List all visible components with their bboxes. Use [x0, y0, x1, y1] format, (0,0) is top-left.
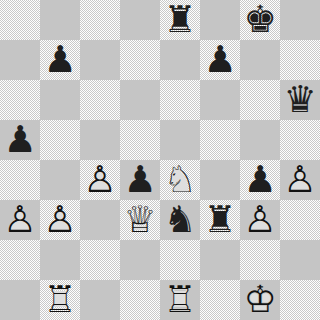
square-d2[interactable]: [120, 240, 160, 280]
white-pawn-outline-icon: ♙: [40, 200, 80, 240]
square-h4[interactable]: ♟♙: [280, 160, 320, 200]
square-e7[interactable]: [160, 40, 200, 80]
square-e3[interactable]: ♞: [160, 200, 200, 240]
square-d1[interactable]: [120, 280, 160, 320]
white-pawn-outline-icon: ♙: [280, 160, 320, 200]
square-c8[interactable]: [80, 0, 120, 40]
piece-black-knight-e3[interactable]: ♞: [160, 200, 200, 240]
square-b7[interactable]: ♟: [40, 40, 80, 80]
piece-black-king-g8[interactable]: ♚: [240, 0, 280, 40]
square-g5[interactable]: [240, 120, 280, 160]
white-knight-outline-icon: ♘: [160, 160, 200, 200]
square-a1[interactable]: [0, 280, 40, 320]
black-rook-icon: ♜: [160, 0, 200, 40]
square-f1[interactable]: [200, 280, 240, 320]
square-b5[interactable]: [40, 120, 80, 160]
square-g3[interactable]: ♟♙: [240, 200, 280, 240]
white-pawn-outline-icon: ♙: [0, 200, 40, 240]
piece-black-pawn-g4[interactable]: ♟: [240, 160, 280, 200]
square-a7[interactable]: [0, 40, 40, 80]
black-pawn-icon: ♟: [40, 40, 80, 80]
square-d5[interactable]: [120, 120, 160, 160]
piece-black-rook-e8[interactable]: ♜: [160, 0, 200, 40]
square-e4[interactable]: ♞♘: [160, 160, 200, 200]
square-f7[interactable]: ♟: [200, 40, 240, 80]
piece-white-pawn-a3[interactable]: ♟♙: [0, 200, 40, 240]
square-a4[interactable]: [0, 160, 40, 200]
piece-white-rook-b1[interactable]: ♜♖: [40, 280, 80, 320]
square-b6[interactable]: [40, 80, 80, 120]
square-d8[interactable]: [120, 0, 160, 40]
square-f2[interactable]: [200, 240, 240, 280]
white-pawn-outline-icon: ♙: [240, 200, 280, 240]
square-a3[interactable]: ♟♙: [0, 200, 40, 240]
square-g8[interactable]: ♚: [240, 0, 280, 40]
square-h3[interactable]: [280, 200, 320, 240]
square-b4[interactable]: [40, 160, 80, 200]
piece-white-queen-d3[interactable]: ♛♕: [120, 200, 160, 240]
square-b1[interactable]: ♜♖: [40, 280, 80, 320]
square-e5[interactable]: [160, 120, 200, 160]
piece-black-pawn-b7[interactable]: ♟: [40, 40, 80, 80]
square-d6[interactable]: [120, 80, 160, 120]
square-e8[interactable]: ♜: [160, 0, 200, 40]
piece-black-pawn-f7[interactable]: ♟: [200, 40, 240, 80]
piece-black-queen-h6[interactable]: ♛: [280, 80, 320, 120]
square-e2[interactable]: [160, 240, 200, 280]
square-e1[interactable]: ♜♖: [160, 280, 200, 320]
square-f4[interactable]: [200, 160, 240, 200]
square-g6[interactable]: [240, 80, 280, 120]
square-g2[interactable]: [240, 240, 280, 280]
black-queen-icon: ♛: [280, 80, 320, 120]
square-b3[interactable]: ♟♙: [40, 200, 80, 240]
black-king-icon: ♚: [240, 0, 280, 40]
square-g4[interactable]: ♟: [240, 160, 280, 200]
square-d4[interactable]: ♟: [120, 160, 160, 200]
square-f5[interactable]: [200, 120, 240, 160]
piece-white-pawn-c4[interactable]: ♟♙: [80, 160, 120, 200]
square-h8[interactable]: [280, 0, 320, 40]
piece-white-king-g1[interactable]: ♚♔: [240, 280, 280, 320]
square-a2[interactable]: [0, 240, 40, 280]
white-rook-outline-icon: ♖: [40, 280, 80, 320]
square-c2[interactable]: [80, 240, 120, 280]
piece-black-pawn-a5[interactable]: ♟: [0, 120, 40, 160]
black-pawn-icon: ♟: [240, 160, 280, 200]
square-f6[interactable]: [200, 80, 240, 120]
square-c3[interactable]: [80, 200, 120, 240]
square-g7[interactable]: [240, 40, 280, 80]
black-pawn-icon: ♟: [120, 160, 160, 200]
black-rook-icon: ♜: [200, 200, 240, 240]
square-d7[interactable]: [120, 40, 160, 80]
piece-white-rook-e1[interactable]: ♜♖: [160, 280, 200, 320]
square-a8[interactable]: [0, 0, 40, 40]
square-b8[interactable]: [40, 0, 80, 40]
square-h5[interactable]: [280, 120, 320, 160]
piece-white-pawn-b3[interactable]: ♟♙: [40, 200, 80, 240]
white-rook-outline-icon: ♖: [160, 280, 200, 320]
square-d3[interactable]: ♛♕: [120, 200, 160, 240]
piece-white-knight-e4[interactable]: ♞♘: [160, 160, 200, 200]
piece-white-pawn-g3[interactable]: ♟♙: [240, 200, 280, 240]
square-h6[interactable]: ♛: [280, 80, 320, 120]
square-h2[interactable]: [280, 240, 320, 280]
square-a5[interactable]: ♟: [0, 120, 40, 160]
square-c4[interactable]: ♟♙: [80, 160, 120, 200]
square-h1[interactable]: [280, 280, 320, 320]
square-c7[interactable]: [80, 40, 120, 80]
piece-black-rook-f3[interactable]: ♜: [200, 200, 240, 240]
chess-board: ♜♚♟♟♛♟♟♙♟♞♘♟♟♙♟♙♟♙♛♕♞♜♟♙♜♖♜♖♚♔: [0, 0, 320, 320]
square-g1[interactable]: ♚♔: [240, 280, 280, 320]
square-h7[interactable]: [280, 40, 320, 80]
square-c6[interactable]: [80, 80, 120, 120]
square-c1[interactable]: [80, 280, 120, 320]
square-b2[interactable]: [40, 240, 80, 280]
piece-black-pawn-d4[interactable]: ♟: [120, 160, 160, 200]
black-knight-icon: ♞: [160, 200, 200, 240]
square-f3[interactable]: ♜: [200, 200, 240, 240]
black-pawn-icon: ♟: [200, 40, 240, 80]
square-a6[interactable]: [0, 80, 40, 120]
piece-white-pawn-h4[interactable]: ♟♙: [280, 160, 320, 200]
black-pawn-icon: ♟: [0, 120, 40, 160]
white-queen-outline-icon: ♕: [120, 200, 160, 240]
square-e6[interactable]: [160, 80, 200, 120]
white-king-outline-icon: ♔: [240, 280, 280, 320]
square-f8[interactable]: [200, 0, 240, 40]
white-pawn-outline-icon: ♙: [80, 160, 120, 200]
square-c5[interactable]: [80, 120, 120, 160]
